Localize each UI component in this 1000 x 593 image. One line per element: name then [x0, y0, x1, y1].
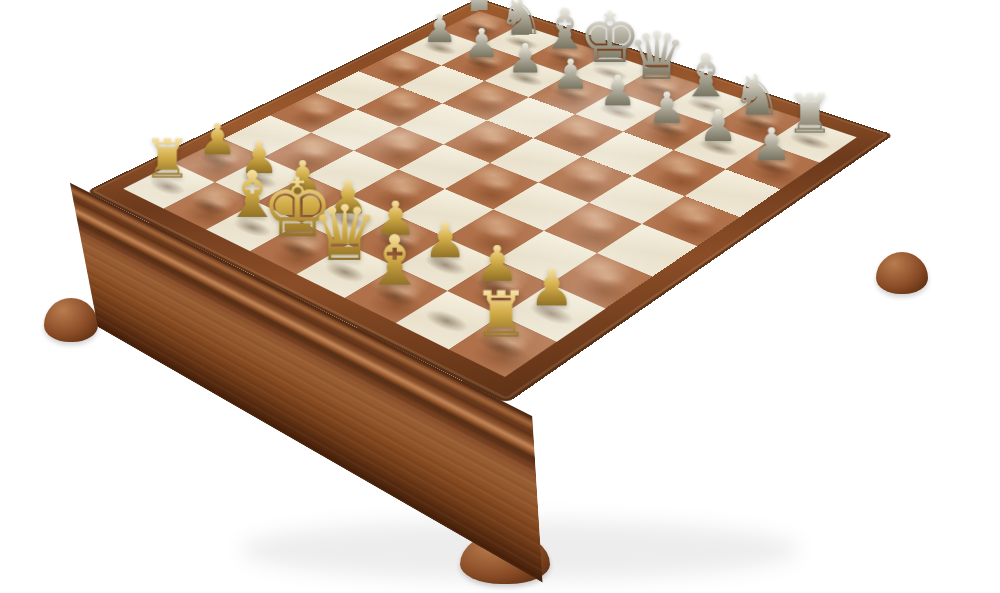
bun-foot-right: [876, 252, 928, 294]
stage: ♜♞♝♚♛♝♞♜♟♟♟♟♟♟♟♟♟♟♟♟♟♟♟♟♜♞♝♚♛♝♞♜: [0, 0, 1000, 593]
square-h1[interactable]: ♜: [449, 316, 557, 377]
chess-case: ♜♞♝♚♛♝♞♜♟♟♟♟♟♟♟♟♟♟♟♟♟♟♟♟♜♞♝♚♛♝♞♜: [87, 0, 894, 403]
square-h6[interactable]: [685, 169, 781, 217]
bun-foot-left: [44, 298, 98, 342]
piece-silver-pawn-h7[interactable]: ♟: [725, 122, 817, 167]
piece-gold-rook-h1[interactable]: ♜: [448, 283, 554, 346]
square-h7[interactable]: ♟: [726, 144, 820, 190]
